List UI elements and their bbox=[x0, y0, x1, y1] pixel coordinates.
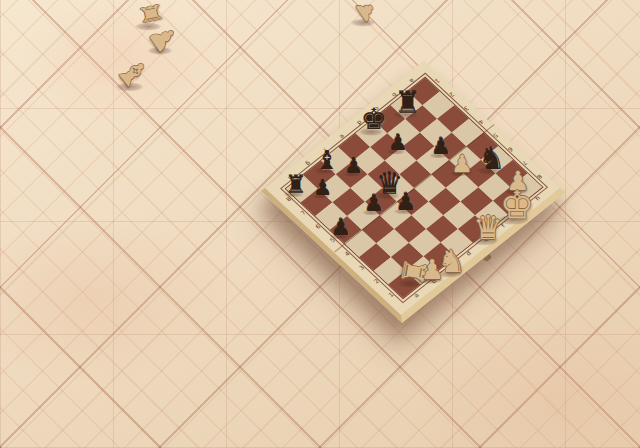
coordinate-label-2: 2 bbox=[448, 91, 455, 97]
coordinate-label-h: h bbox=[287, 174, 294, 180]
coordinate-label-5: 5 bbox=[492, 132, 499, 138]
coordinate-label-6: 6 bbox=[507, 146, 514, 152]
piece-shadow bbox=[116, 82, 143, 91]
coordinate-label-b: b bbox=[430, 278, 437, 284]
board-clasp bbox=[483, 254, 492, 262]
coordinate-label-f: f bbox=[500, 223, 506, 228]
coordinate-label-c: c bbox=[448, 264, 455, 270]
coordinate-label-2: 2 bbox=[373, 278, 380, 284]
white-bishop-glyph: ♝ bbox=[110, 50, 156, 95]
coordinate-label-a: a bbox=[413, 292, 420, 298]
coordinate-label-3: 3 bbox=[463, 105, 470, 111]
coordinate-label-f: f bbox=[322, 147, 328, 152]
coordinate-label-6: 6 bbox=[314, 223, 321, 229]
coordinate-label-h: h bbox=[534, 195, 541, 201]
piece-shadow bbox=[148, 47, 172, 55]
coordinate-label-3: 3 bbox=[358, 264, 365, 270]
coordinate-label-8: 8 bbox=[536, 173, 543, 179]
board-play-area: abcdefghabcdefgh8765432187654321 bbox=[285, 77, 544, 300]
coordinate-label-d: d bbox=[465, 250, 472, 256]
white-rook-glyph: ♜ bbox=[135, 1, 167, 26]
piece-shadow bbox=[135, 23, 161, 31]
coordinate-label-1: 1 bbox=[387, 292, 394, 298]
coordinate-label-5: 5 bbox=[329, 237, 336, 243]
coordinate-label-c: c bbox=[373, 106, 380, 112]
coordinate-label-g: g bbox=[516, 209, 523, 215]
coordinate-label-b: b bbox=[391, 91, 398, 97]
chess-scene: abcdefghabcdefgh8765432187654321 ♜♝♚♜♟♟♟… bbox=[0, 0, 640, 448]
piece-shadow bbox=[351, 19, 375, 27]
coordinate-label-d: d bbox=[356, 119, 363, 125]
coordinate-label-7: 7 bbox=[521, 160, 528, 166]
coordinate-label-8: 8 bbox=[285, 196, 292, 202]
chess-board: abcdefghabcdefgh8765432187654321 bbox=[261, 61, 565, 323]
white-pawn-glyph: ♟ bbox=[351, 0, 382, 27]
coordinate-label-4: 4 bbox=[343, 251, 350, 257]
white-pawn-glyph: ♟ bbox=[143, 19, 183, 58]
coordinate-label-a: a bbox=[408, 78, 415, 84]
coordinate-label-4: 4 bbox=[477, 119, 484, 125]
coordinate-label-e: e bbox=[482, 236, 489, 242]
coordinate-label-1: 1 bbox=[433, 78, 440, 84]
coordinate-label-g: g bbox=[304, 160, 311, 166]
coordinate-label-e: e bbox=[338, 133, 345, 139]
coordinate-label-7: 7 bbox=[300, 210, 307, 216]
